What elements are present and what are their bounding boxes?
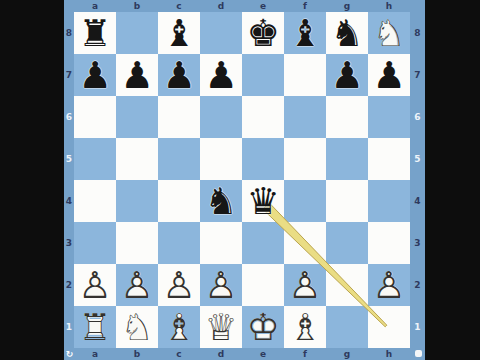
square-h6[interactable] <box>368 96 410 138</box>
rank-label-1-left: 1 <box>64 306 74 348</box>
square-a5[interactable] <box>74 138 116 180</box>
square-e7[interactable] <box>242 54 284 96</box>
square-a7[interactable] <box>74 54 116 96</box>
square-c2[interactable] <box>158 264 200 306</box>
rank-label-6-right: 6 <box>410 96 425 138</box>
square-f4[interactable] <box>284 180 326 222</box>
file-label-h-bottom: h <box>368 348 410 360</box>
file-label-f-top: f <box>284 0 326 12</box>
file-label-f-bottom: f <box>284 348 326 360</box>
file-label-b-top: b <box>116 0 158 12</box>
square-c7[interactable] <box>158 54 200 96</box>
corner-marker-icon <box>415 350 422 357</box>
file-label-a-bottom: a <box>74 348 116 360</box>
rank-label-5-right: 5 <box>410 138 425 180</box>
square-d3[interactable] <box>200 222 242 264</box>
file-label-e-top: e <box>242 0 284 12</box>
square-c8[interactable] <box>158 12 200 54</box>
square-e5[interactable] <box>242 138 284 180</box>
square-f7[interactable] <box>284 54 326 96</box>
file-label-b-bottom: b <box>116 348 158 360</box>
square-h8[interactable] <box>368 12 410 54</box>
square-f5[interactable] <box>284 138 326 180</box>
rank-label-3-right: 3 <box>410 222 425 264</box>
square-d6[interactable] <box>200 96 242 138</box>
square-g7[interactable] <box>326 54 368 96</box>
square-b1[interactable] <box>116 306 158 348</box>
square-d8[interactable] <box>200 12 242 54</box>
file-label-g-bottom: g <box>326 348 368 360</box>
square-c1[interactable] <box>158 306 200 348</box>
rank-label-7-right: 7 <box>410 54 425 96</box>
rank-label-5-left: 5 <box>64 138 74 180</box>
square-d2[interactable] <box>200 264 242 306</box>
chessboard: ♜♝♚♝♞♞♘♟♟♟♟♟♟♞♛♟♙♟♙♟♙♟♙♟♙♟♙♜♖♞♘♝♗♛♕♚♔♝♗ … <box>64 0 425 360</box>
square-d7[interactable] <box>200 54 242 96</box>
file-label-c-top: c <box>158 0 200 12</box>
square-g4[interactable] <box>326 180 368 222</box>
square-e2[interactable] <box>242 264 284 306</box>
file-label-a-top: a <box>74 0 116 12</box>
square-e8[interactable] <box>242 12 284 54</box>
square-f8[interactable] <box>284 12 326 54</box>
rank-label-8-left: 8 <box>64 12 74 54</box>
square-g8[interactable] <box>326 12 368 54</box>
video-frame: { "game": "chess", "position": { "fen": … <box>0 0 480 360</box>
square-b2[interactable] <box>116 264 158 306</box>
square-d1[interactable] <box>200 306 242 348</box>
square-h5[interactable] <box>368 138 410 180</box>
square-a1[interactable] <box>74 306 116 348</box>
square-c6[interactable] <box>158 96 200 138</box>
file-label-h-top: h <box>368 0 410 12</box>
square-b3[interactable] <box>116 222 158 264</box>
square-g6[interactable] <box>326 96 368 138</box>
square-c4[interactable] <box>158 180 200 222</box>
square-a2[interactable] <box>74 264 116 306</box>
square-g3[interactable] <box>326 222 368 264</box>
file-label-d-top: d <box>200 0 242 12</box>
square-h7[interactable] <box>368 54 410 96</box>
square-d4[interactable] <box>200 180 242 222</box>
file-label-g-top: g <box>326 0 368 12</box>
square-f3[interactable] <box>284 222 326 264</box>
file-label-c-bottom: c <box>158 348 200 360</box>
square-g1[interactable] <box>326 306 368 348</box>
square-b4[interactable] <box>116 180 158 222</box>
square-a8[interactable] <box>74 12 116 54</box>
rank-label-7-left: 7 <box>64 54 74 96</box>
square-h1[interactable] <box>368 306 410 348</box>
square-g5[interactable] <box>326 138 368 180</box>
rank-label-4-right: 4 <box>410 180 425 222</box>
square-a4[interactable] <box>74 180 116 222</box>
square-a6[interactable] <box>74 96 116 138</box>
square-c3[interactable] <box>158 222 200 264</box>
square-b7[interactable] <box>116 54 158 96</box>
square-e4[interactable] <box>242 180 284 222</box>
square-f2[interactable] <box>284 264 326 306</box>
rank-label-3-left: 3 <box>64 222 74 264</box>
square-b5[interactable] <box>116 138 158 180</box>
square-f6[interactable] <box>284 96 326 138</box>
square-d5[interactable] <box>200 138 242 180</box>
square-a3[interactable] <box>74 222 116 264</box>
rank-label-4-left: 4 <box>64 180 74 222</box>
square-g2[interactable] <box>326 264 368 306</box>
square-f1[interactable] <box>284 306 326 348</box>
square-b8[interactable] <box>116 12 158 54</box>
rank-label-1-right: 1 <box>410 306 425 348</box>
square-e1[interactable] <box>242 306 284 348</box>
rank-label-2-left: 2 <box>64 264 74 306</box>
rank-label-8-right: 8 <box>410 12 425 54</box>
square-c5[interactable] <box>158 138 200 180</box>
square-h4[interactable] <box>368 180 410 222</box>
board-squares <box>74 12 410 348</box>
square-e3[interactable] <box>242 222 284 264</box>
square-b6[interactable] <box>116 96 158 138</box>
square-h2[interactable] <box>368 264 410 306</box>
square-e6[interactable] <box>242 96 284 138</box>
file-label-d-bottom: d <box>200 348 242 360</box>
file-label-e-bottom: e <box>242 348 284 360</box>
rank-label-6-left: 6 <box>64 96 74 138</box>
rank-label-2-right: 2 <box>410 264 425 306</box>
square-h3[interactable] <box>368 222 410 264</box>
